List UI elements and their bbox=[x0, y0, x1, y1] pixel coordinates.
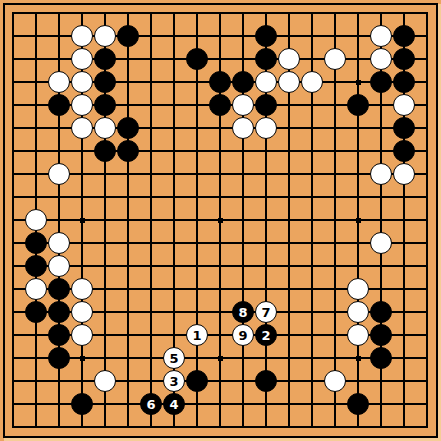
move-number-label: 7 bbox=[261, 306, 270, 319]
white-stone bbox=[324, 370, 346, 392]
grid-line bbox=[12, 242, 428, 244]
white-stone bbox=[94, 25, 116, 47]
black-stone bbox=[117, 140, 139, 162]
black-stone bbox=[347, 94, 369, 116]
white-stone bbox=[71, 71, 93, 93]
move-3-stone: 3 bbox=[163, 370, 185, 392]
move-number-label: 1 bbox=[192, 329, 201, 342]
white-stone bbox=[278, 48, 300, 70]
black-stone bbox=[117, 117, 139, 139]
black-stone bbox=[370, 324, 392, 346]
black-stone bbox=[94, 140, 116, 162]
black-stone bbox=[186, 370, 208, 392]
white-stone bbox=[71, 117, 93, 139]
white-stone bbox=[232, 94, 254, 116]
grid-line bbox=[426, 12, 428, 428]
move-2-stone: 2 bbox=[255, 324, 277, 346]
white-stone bbox=[71, 48, 93, 70]
black-stone bbox=[209, 71, 231, 93]
white-stone bbox=[255, 117, 277, 139]
move-number-label: 5 bbox=[169, 352, 178, 365]
black-stone bbox=[94, 48, 116, 70]
white-stone bbox=[370, 232, 392, 254]
black-stone bbox=[25, 255, 47, 277]
white-stone bbox=[48, 71, 70, 93]
black-stone bbox=[186, 48, 208, 70]
move-6-stone: 6 bbox=[140, 393, 162, 415]
move-5-stone: 5 bbox=[163, 347, 185, 369]
move-1-stone: 1 bbox=[186, 324, 208, 346]
white-stone bbox=[71, 324, 93, 346]
star-point bbox=[218, 356, 223, 361]
black-stone bbox=[255, 48, 277, 70]
black-stone bbox=[232, 71, 254, 93]
white-stone bbox=[94, 117, 116, 139]
white-stone bbox=[71, 301, 93, 323]
white-stone bbox=[48, 163, 70, 185]
black-stone bbox=[255, 370, 277, 392]
grid-line bbox=[12, 265, 428, 267]
white-stone bbox=[71, 278, 93, 300]
white-stone bbox=[347, 324, 369, 346]
black-stone bbox=[393, 140, 415, 162]
move-number-label: 3 bbox=[169, 375, 178, 388]
black-stone bbox=[117, 25, 139, 47]
black-stone bbox=[48, 278, 70, 300]
black-stone bbox=[94, 94, 116, 116]
move-number-label: 2 bbox=[261, 329, 270, 342]
white-stone bbox=[324, 48, 346, 70]
move-number-label: 6 bbox=[146, 398, 155, 411]
move-number-label: 9 bbox=[238, 329, 247, 342]
white-stone bbox=[48, 232, 70, 254]
white-stone bbox=[370, 48, 392, 70]
star-point bbox=[356, 218, 361, 223]
white-stone bbox=[278, 71, 300, 93]
white-stone bbox=[393, 94, 415, 116]
white-stone bbox=[71, 25, 93, 47]
black-stone bbox=[48, 324, 70, 346]
white-stone bbox=[94, 370, 116, 392]
star-point bbox=[356, 356, 361, 361]
black-stone bbox=[48, 94, 70, 116]
white-stone bbox=[393, 163, 415, 185]
white-stone bbox=[347, 301, 369, 323]
move-9-stone: 9 bbox=[232, 324, 254, 346]
black-stone bbox=[393, 48, 415, 70]
black-stone bbox=[370, 71, 392, 93]
black-stone bbox=[370, 347, 392, 369]
white-stone bbox=[48, 255, 70, 277]
black-stone bbox=[25, 301, 47, 323]
black-stone bbox=[94, 71, 116, 93]
black-stone bbox=[393, 25, 415, 47]
move-4-stone: 4 bbox=[163, 393, 185, 415]
black-stone bbox=[255, 25, 277, 47]
white-stone bbox=[370, 163, 392, 185]
move-number-label: 4 bbox=[169, 398, 178, 411]
black-stone bbox=[393, 71, 415, 93]
white-stone bbox=[25, 278, 47, 300]
star-point bbox=[356, 80, 361, 85]
star-point bbox=[80, 356, 85, 361]
black-stone bbox=[347, 393, 369, 415]
white-stone bbox=[255, 71, 277, 93]
black-stone bbox=[255, 94, 277, 116]
go-board: 123456789 bbox=[0, 0, 441, 441]
black-stone bbox=[48, 347, 70, 369]
white-stone bbox=[347, 278, 369, 300]
white-stone bbox=[71, 94, 93, 116]
grid-line bbox=[334, 12, 336, 428]
black-stone bbox=[370, 301, 392, 323]
move-7-stone: 7 bbox=[255, 301, 277, 323]
white-stone bbox=[25, 209, 47, 231]
white-stone bbox=[301, 71, 323, 93]
black-stone bbox=[393, 117, 415, 139]
white-stone bbox=[370, 25, 392, 47]
white-stone bbox=[232, 117, 254, 139]
star-point bbox=[218, 218, 223, 223]
star-point bbox=[80, 218, 85, 223]
grid-line bbox=[12, 426, 428, 428]
move-number-label: 8 bbox=[238, 306, 247, 319]
grid-line bbox=[12, 380, 428, 382]
black-stone bbox=[25, 232, 47, 254]
move-8-stone: 8 bbox=[232, 301, 254, 323]
black-stone bbox=[71, 393, 93, 415]
black-stone bbox=[48, 301, 70, 323]
black-stone bbox=[209, 94, 231, 116]
